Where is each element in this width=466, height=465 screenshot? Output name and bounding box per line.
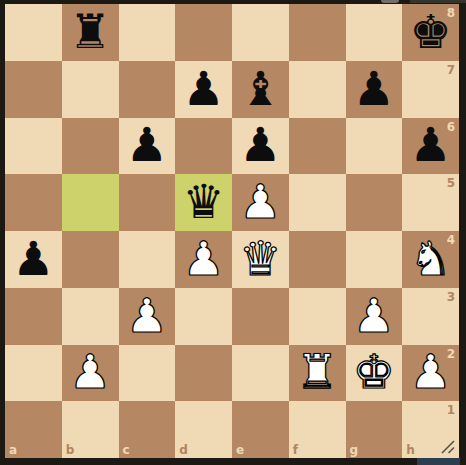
piece-black-pawn[interactable]: ♟ (410, 121, 452, 168)
piece-white-pawn[interactable]: ♟ (126, 292, 168, 339)
square-a2[interactable] (5, 345, 62, 402)
square-c3[interactable]: ♟ (119, 288, 176, 345)
square-b3[interactable] (62, 288, 119, 345)
square-g2[interactable]: ♚ (346, 345, 403, 402)
square-g5[interactable] (346, 174, 403, 231)
square-h8[interactable]: ♚8 (402, 4, 459, 61)
coord-file-d: d (179, 444, 188, 456)
square-e4[interactable]: ♛ (232, 231, 289, 288)
piece-black-bishop[interactable]: ♝ (239, 65, 281, 112)
square-d6[interactable] (175, 118, 232, 175)
square-g4[interactable] (346, 231, 403, 288)
piece-white-rook[interactable]: ♜ (296, 348, 338, 395)
square-h3[interactable]: 3 (402, 288, 459, 345)
square-f6[interactable] (289, 118, 346, 175)
square-b1[interactable]: b (62, 401, 119, 458)
coord-rank-6: 6 (447, 121, 455, 133)
square-h2[interactable]: ♟2 (402, 345, 459, 402)
square-e1[interactable]: e (232, 401, 289, 458)
square-a4[interactable]: ♟ (5, 231, 62, 288)
square-e8[interactable] (232, 4, 289, 61)
piece-white-knight[interactable]: ♞ (410, 235, 452, 282)
coord-rank-3: 3 (447, 291, 455, 303)
piece-white-pawn[interactable]: ♟ (353, 292, 395, 339)
chess-board[interactable]: ♜♚8♟♝♟7♟♟♟6♛♟5♟♟♛♞4♟♟3♟♜♚♟2abcdefg1h (5, 4, 459, 458)
top-edge-segment (410, 0, 466, 3)
square-f1[interactable]: f (289, 401, 346, 458)
square-f8[interactable] (289, 4, 346, 61)
square-e7[interactable]: ♝ (232, 61, 289, 118)
chess-board-window: ♜♚8♟♝♟7♟♟♟6♛♟5♟♟♛♞4♟♟3♟♜♚♟2abcdefg1h (0, 0, 466, 465)
square-f4[interactable] (289, 231, 346, 288)
square-d3[interactable] (175, 288, 232, 345)
resize-handle-icon[interactable] (439, 438, 457, 456)
square-b8[interactable]: ♜ (62, 4, 119, 61)
piece-white-pawn[interactable]: ♟ (239, 178, 281, 225)
drag-handle (381, 0, 399, 3)
square-f5[interactable] (289, 174, 346, 231)
coord-rank-7: 7 (447, 64, 455, 76)
square-b6[interactable] (62, 118, 119, 175)
square-b2[interactable]: ♟ (62, 345, 119, 402)
square-c8[interactable] (119, 4, 176, 61)
coord-rank-4: 4 (447, 234, 455, 246)
piece-black-rook[interactable]: ♜ (69, 8, 111, 55)
square-d5[interactable]: ♛ (175, 174, 232, 231)
square-e5[interactable]: ♟ (232, 174, 289, 231)
coord-file-g: g (350, 444, 359, 456)
coord-rank-8: 8 (447, 7, 455, 19)
square-b4[interactable] (62, 231, 119, 288)
piece-white-king[interactable]: ♚ (353, 348, 395, 395)
square-a6[interactable] (5, 118, 62, 175)
square-g7[interactable]: ♟ (346, 61, 403, 118)
coord-file-f: f (293, 444, 298, 456)
square-a7[interactable] (5, 61, 62, 118)
coord-rank-2: 2 (447, 348, 455, 360)
square-b7[interactable] (62, 61, 119, 118)
coord-file-h: h (406, 444, 415, 456)
square-f7[interactable] (289, 61, 346, 118)
piece-black-pawn[interactable]: ♟ (183, 65, 225, 112)
coord-file-a: a (9, 444, 17, 456)
square-d1[interactable]: d (175, 401, 232, 458)
square-h4[interactable]: ♞4 (402, 231, 459, 288)
square-c1[interactable]: c (119, 401, 176, 458)
square-c7[interactable] (119, 61, 176, 118)
bottom-panel-strip (417, 458, 460, 465)
square-g3[interactable]: ♟ (346, 288, 403, 345)
square-b5[interactable] (62, 174, 119, 231)
square-a1[interactable]: a (5, 401, 62, 458)
piece-white-pawn[interactable]: ♟ (410, 348, 452, 395)
coord-file-c: c (123, 444, 130, 456)
coord-rank-5: 5 (447, 177, 455, 189)
square-d8[interactable] (175, 4, 232, 61)
coord-file-e: e (236, 444, 244, 456)
square-e3[interactable] (232, 288, 289, 345)
square-c5[interactable] (119, 174, 176, 231)
square-h6[interactable]: ♟6 (402, 118, 459, 175)
square-e2[interactable] (232, 345, 289, 402)
square-d2[interactable] (175, 345, 232, 402)
square-c2[interactable] (119, 345, 176, 402)
piece-white-pawn[interactable]: ♟ (183, 235, 225, 282)
square-d7[interactable]: ♟ (175, 61, 232, 118)
square-e6[interactable]: ♟ (232, 118, 289, 175)
piece-black-king[interactable]: ♚ (410, 8, 452, 55)
square-h5[interactable]: 5 (402, 174, 459, 231)
square-c6[interactable]: ♟ (119, 118, 176, 175)
square-g1[interactable]: g (346, 401, 403, 458)
square-a3[interactable] (5, 288, 62, 345)
square-g6[interactable] (346, 118, 403, 175)
piece-black-pawn[interactable]: ♟ (12, 235, 54, 282)
piece-white-pawn[interactable]: ♟ (69, 348, 111, 395)
square-f3[interactable] (289, 288, 346, 345)
coord-file-b: b (66, 444, 75, 456)
square-a5[interactable] (5, 174, 62, 231)
piece-black-pawn[interactable]: ♟ (353, 65, 395, 112)
square-a8[interactable] (5, 4, 62, 61)
square-h7[interactable]: 7 (402, 61, 459, 118)
piece-white-queen[interactable]: ♛ (239, 235, 281, 282)
square-c4[interactable] (119, 231, 176, 288)
coord-rank-1: 1 (447, 404, 455, 416)
piece-black-queen[interactable]: ♛ (183, 178, 225, 225)
square-g8[interactable] (346, 4, 403, 61)
square-d4[interactable]: ♟ (175, 231, 232, 288)
piece-black-pawn[interactable]: ♟ (239, 121, 281, 168)
square-f2[interactable]: ♜ (289, 345, 346, 402)
piece-black-pawn[interactable]: ♟ (126, 121, 168, 168)
